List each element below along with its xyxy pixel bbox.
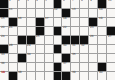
black-cell-r3c5 [36, 18, 44, 26]
cell-r6c8[interactable]: 30 [62, 45, 70, 53]
cell-r2c2[interactable]: 11 [9, 9, 17, 17]
cell-r7c7[interactable] [54, 54, 62, 62]
cell-r2c5[interactable] [36, 9, 44, 17]
grid-number: 7 [72, 0, 74, 2]
grid-number: 10 [108, 0, 112, 2]
black-cell-r1c1 [0, 0, 8, 8]
cell-r5c12[interactable] [98, 36, 106, 44]
grid-number: 23 [90, 26, 94, 29]
cell-r3c6[interactable]: 17 [45, 18, 53, 26]
grid-number: 3 [27, 0, 29, 2]
grid-number: 29 [27, 44, 31, 47]
cell-r9c4[interactable] [27, 72, 35, 80]
cell-r6c5[interactable] [36, 45, 44, 53]
cell-r8c5[interactable] [36, 63, 44, 71]
grid-number: 8 [81, 0, 83, 2]
black-cell-r7c3 [18, 54, 26, 62]
cell-r1c6[interactable]: 5 [45, 0, 53, 8]
cell-r2c4[interactable] [27, 9, 35, 17]
grid-number: 13 [72, 8, 76, 11]
cell-r4c8[interactable]: 22 [62, 27, 70, 35]
cell-r9c3[interactable]: 38 [18, 72, 26, 80]
cell-r7c13[interactable] [107, 54, 115, 62]
grid-number: 19 [99, 17, 103, 20]
cell-r8c4[interactable] [27, 63, 35, 71]
cell-r2c11[interactable] [89, 9, 97, 17]
black-cell-r9c8 [62, 72, 70, 80]
cell-r1c8[interactable]: 6 [62, 0, 70, 8]
cell-r7c10[interactable] [80, 54, 88, 62]
cell-r7c2[interactable] [9, 54, 17, 62]
grid-number: 34 [27, 53, 31, 56]
grid-number: 33 [1, 53, 5, 56]
cell-r9c6[interactable] [45, 72, 53, 80]
cell-r8c10[interactable] [80, 63, 88, 71]
cell-r6c2[interactable]: 28 [9, 45, 17, 53]
cell-r9c12[interactable]: 40 [98, 72, 106, 80]
black-cell-r9c2 [9, 72, 17, 80]
cell-r7c6[interactable] [45, 54, 53, 62]
cell-r8c6[interactable] [45, 63, 53, 71]
grid-number: 4 [36, 0, 38, 2]
cell-r3c12[interactable]: 19 [98, 18, 106, 26]
cell-r9c11[interactable] [89, 72, 97, 80]
cell-r8c2[interactable] [9, 63, 17, 71]
cell-r5c6[interactable] [45, 36, 53, 44]
cell-r7c4[interactable]: 34 [27, 54, 35, 62]
red-error-mark: 38 [1, 71, 5, 74]
cell-r6c11[interactable] [89, 45, 97, 53]
grid-number: 20 [1, 26, 5, 29]
grid-number: 30 [63, 44, 67, 47]
grid-number: 11 [9, 8, 13, 11]
cell-r2c10[interactable] [80, 9, 88, 17]
cell-r9c1[interactable]: 38 [0, 72, 8, 80]
black-cell-r4c7 [54, 27, 62, 35]
grid-number: 40 [99, 71, 103, 74]
grid-number: 18 [63, 17, 67, 20]
cell-r6c13[interactable] [107, 45, 115, 53]
cell-r4c10[interactable] [80, 27, 88, 35]
cell-r6c12[interactable] [98, 45, 106, 53]
cell-r9c5[interactable] [36, 72, 44, 80]
cell-r7c5[interactable] [36, 54, 44, 62]
black-cell-r5c3 [18, 36, 26, 44]
cell-r6c3[interactable] [18, 45, 26, 53]
grid-number: 36 [1, 62, 5, 65]
cell-r9c10[interactable] [80, 72, 88, 80]
cell-r3c4[interactable] [27, 18, 35, 26]
cell-r5c1[interactable]: 24 [0, 36, 8, 44]
grid-number: 22 [63, 26, 67, 29]
grid-number: 26 [90, 35, 94, 38]
cell-r7c9[interactable]: 35 [71, 54, 79, 62]
black-cell-r6c7 [54, 45, 62, 53]
cell-r9c13[interactable] [107, 72, 115, 80]
cell-r1c13[interactable]: 10 [107, 0, 115, 8]
cell-r5c7[interactable] [54, 36, 62, 44]
cell-r2c7[interactable]: 12 [54, 9, 62, 17]
grid-number: 32 [81, 44, 85, 47]
grid-number: 25 [36, 35, 40, 38]
cell-r1c5[interactable]: 4 [36, 0, 44, 8]
grid-number: 39 [72, 71, 76, 74]
grid-number: 15 [1, 17, 5, 20]
cell-r3c10[interactable] [80, 18, 88, 26]
cell-r6c10[interactable]: 32 [80, 45, 88, 53]
cell-r1c11[interactable]: 9 [89, 0, 97, 8]
cell-r2c9[interactable]: 13 [71, 9, 79, 17]
grid-number: 12 [54, 8, 58, 11]
cell-r2c13[interactable] [107, 9, 115, 17]
grid-number: 17 [45, 17, 49, 20]
cell-r3c9[interactable] [71, 18, 79, 26]
black-cell-r9c7 [54, 72, 62, 80]
cell-r1c4[interactable]: 3 [27, 0, 35, 8]
grid-number: 38 [18, 71, 22, 74]
cell-r8c11[interactable] [89, 63, 97, 71]
cell-r4c2[interactable]: 21 [9, 27, 17, 35]
grid-number: 27 [108, 35, 112, 38]
grid-number: 28 [9, 44, 13, 47]
grid-number: 9 [90, 0, 92, 2]
grid-number: 24 [1, 35, 5, 38]
grid-number: 16 [18, 17, 22, 20]
cell-r4c4[interactable] [27, 27, 35, 35]
cell-r3c3[interactable]: 16 [18, 18, 26, 26]
cell-r6c6[interactable] [45, 45, 53, 53]
grid-number: 35 [72, 53, 76, 56]
cell-r4c12[interactable] [98, 27, 106, 35]
grid-number: 31 [72, 44, 76, 47]
cell-r1c10[interactable]: 8 [80, 0, 88, 8]
grid-number: 37 [63, 62, 67, 65]
black-cell-r8c7 [54, 63, 62, 71]
grid-number: 1 [9, 0, 11, 2]
cell-r9c9[interactable]: 39 [71, 72, 79, 80]
cell-r3c7[interactable] [54, 18, 62, 26]
cell-r5c5[interactable]: 25 [36, 36, 44, 44]
crossword-grid: 1234567891011121314151617181920212223242… [0, 0, 115, 80]
cell-r5c11[interactable]: 26 [89, 36, 97, 44]
cell-r4c3[interactable] [18, 27, 26, 35]
grid-number: 14 [99, 8, 103, 11]
cell-r5c13[interactable]: 27 [107, 36, 115, 44]
grid-number: 2 [18, 0, 20, 2]
grid-number: 5 [45, 0, 47, 2]
cell-r7c11[interactable] [89, 54, 97, 62]
cell-r4c6[interactable] [45, 27, 53, 35]
cell-r1c3[interactable]: 2 [18, 0, 26, 8]
grid-number: 21 [9, 26, 13, 29]
cell-r8c8[interactable]: 37 [62, 63, 70, 71]
cell-r8c13[interactable] [107, 63, 115, 71]
grid-number: 6 [63, 0, 65, 2]
cell-r4c9[interactable] [71, 27, 79, 35]
cell-r3c13[interactable] [107, 18, 115, 26]
cell-r7c12[interactable] [98, 54, 106, 62]
